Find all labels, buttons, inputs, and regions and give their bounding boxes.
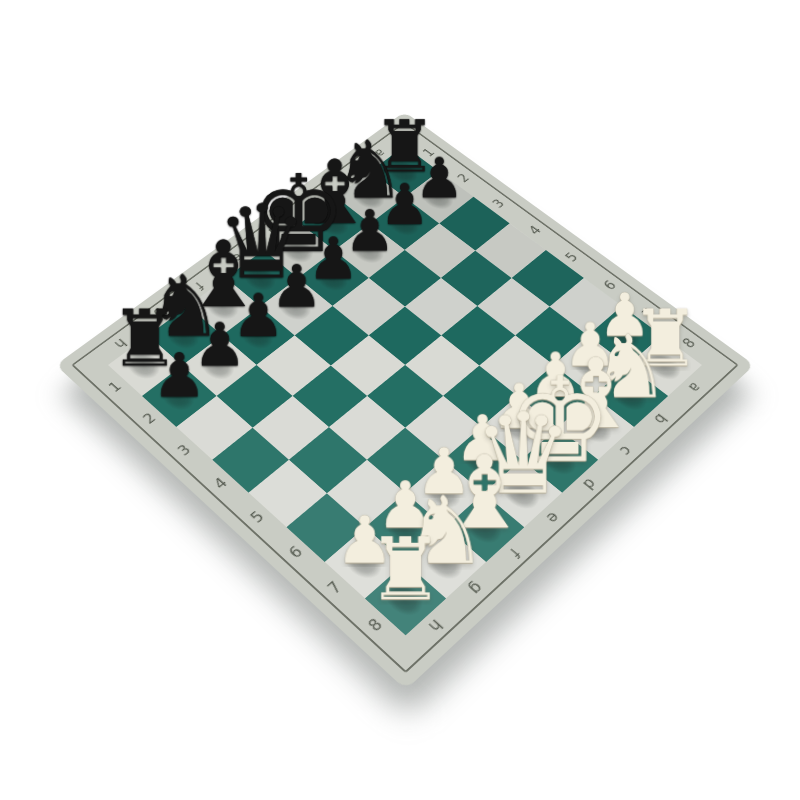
piece-black-pawn-d2: ♟ [308, 229, 360, 287]
chess-set-scene: 12345678 12345678 abcdefgh abcdefgh ♜♟♟♜… [0, 0, 800, 800]
square-e3 [295, 306, 368, 365]
depth-shading [370, 197, 440, 250]
board-grid: ♜♟♟♜♞♟♟♞♝♟♟♝♚♟♟♚♛♟♟♛♝♟♟♝♞♟♟♞♜♟♟♜ [108, 146, 702, 635]
rank-label-1: 1 [405, 135, 454, 171]
piece-shadow [309, 260, 354, 295]
depth-shading [405, 335, 479, 395]
depth-shading [368, 306, 441, 365]
depth-shading [257, 335, 331, 395]
file-label-a: a [356, 135, 405, 171]
file-label-e: e [212, 238, 262, 278]
board-frame-line: 12345678 12345678 abcdefgh abcdefgh ♜♟♟♜… [71, 122, 739, 673]
piece-black-pawn-c2: ♟ [344, 202, 395, 259]
depth-shading [260, 278, 332, 335]
square-b4 [441, 250, 512, 306]
square-b2: ♟ [370, 197, 440, 250]
file-label-b: b [321, 160, 370, 197]
rank-label-2: 2 [439, 160, 488, 197]
depth-shading [405, 278, 477, 335]
square-f3 [257, 335, 331, 395]
board-inner-margin: 12345678 12345678 abcdefgh abcdefgh ♜♟♟♜… [74, 124, 736, 671]
square-d5 [405, 335, 479, 395]
square-b5 [477, 278, 549, 335]
rank-label-4: 4 [510, 211, 560, 250]
square-c4 [405, 278, 477, 335]
piece-shadow [381, 207, 425, 241]
depth-shading [441, 250, 512, 306]
square-d2: ♟ [298, 250, 369, 306]
square-c2: ♟ [334, 223, 405, 278]
depth-shading [334, 223, 405, 278]
chess-board: 12345678 12345678 abcdefgh abcdefgh ♜♟♟♜… [56, 112, 755, 690]
file-label-c: c [286, 185, 336, 223]
depth-shading [333, 278, 405, 335]
depth-shading [477, 278, 549, 335]
square-b3 [405, 223, 476, 278]
piece-black-pawn-b2: ♟ [379, 176, 429, 232]
square-c3 [369, 250, 440, 306]
depth-shading [331, 335, 405, 395]
rank-label-6: 6 [585, 265, 636, 306]
square-d3 [333, 278, 405, 335]
file-label-d: d [249, 211, 299, 250]
depth-shading [298, 250, 369, 306]
rank-label-5: 5 [547, 238, 597, 278]
depth-shading [295, 306, 368, 365]
rank-label-3: 3 [474, 185, 524, 223]
square-e2: ♟ [260, 278, 332, 335]
square-e4 [331, 335, 405, 395]
piece-shadow [272, 288, 317, 324]
square-d4 [368, 306, 441, 365]
depth-shading [442, 306, 515, 365]
depth-shading [369, 250, 440, 306]
file-label-f: f [174, 265, 225, 306]
piece-black-pawn-e2: ♟ [270, 257, 322, 315]
piece-shadow [346, 233, 390, 267]
photo-backdrop: 12345678 12345678 abcdefgh abcdefgh ♜♟♟♜… [0, 0, 800, 800]
square-c5 [442, 306, 515, 365]
depth-shading [405, 223, 476, 278]
